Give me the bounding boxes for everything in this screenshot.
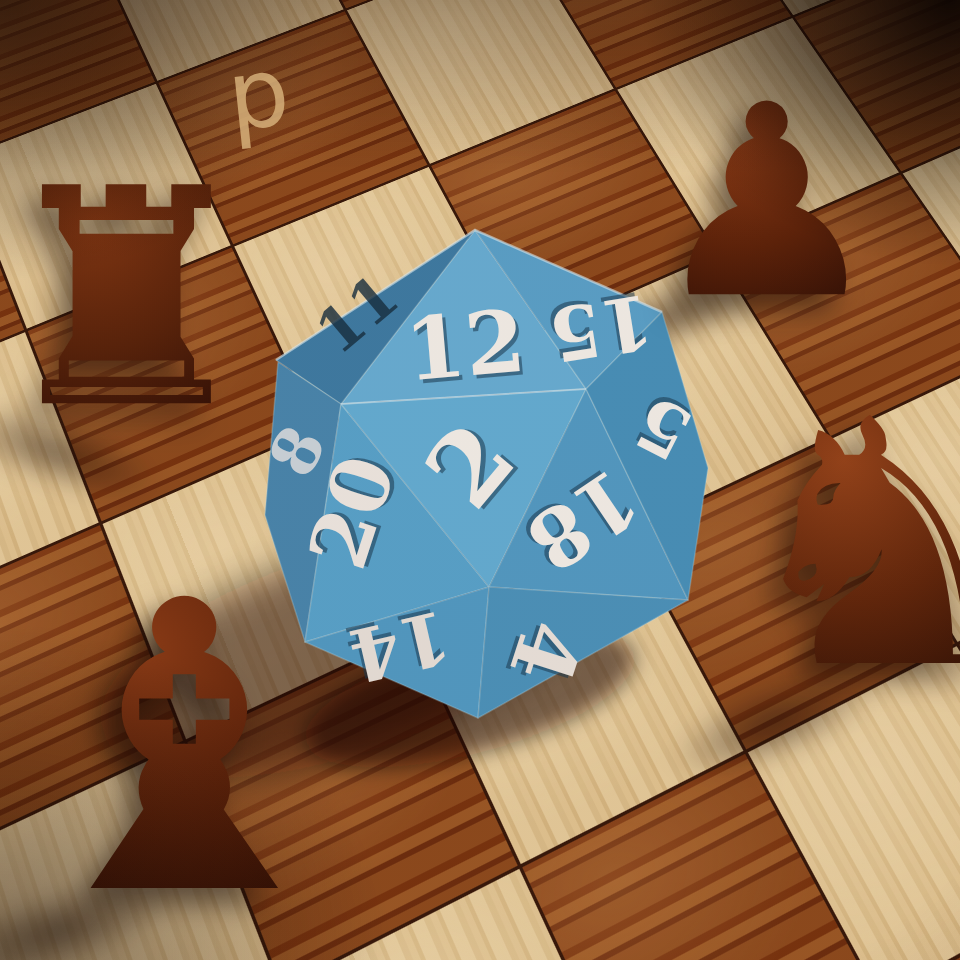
black-knight-piece: ♞ [728, 375, 960, 715]
black-pawn-piece: ♟ [648, 70, 886, 335]
black-bishop-piece: ♝ [5, 550, 364, 950]
chessboard-photo-scene: 12121515118202022181855141444 ♜♟♞♝ p [0, 0, 960, 960]
watermark-letter-p: p [222, 35, 294, 153]
black-rook-piece: ♜ [0, 150, 261, 450]
